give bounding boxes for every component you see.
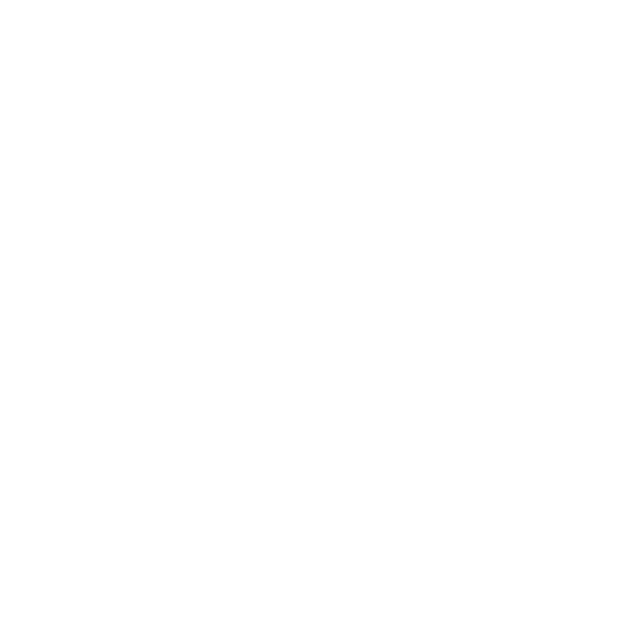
chess-board [0, 0, 625, 625]
chess-set-photo [0, 0, 625, 625]
